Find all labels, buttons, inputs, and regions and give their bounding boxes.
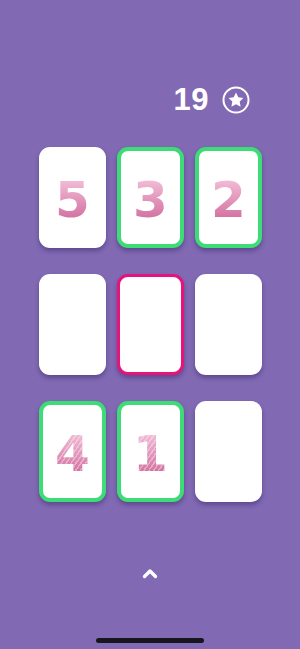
card-number: 5 xyxy=(55,175,90,225)
card-r3c2[interactable]: 1 xyxy=(117,401,184,502)
card-r3c3[interactable] xyxy=(195,401,262,502)
card-r2c1[interactable] xyxy=(39,274,106,375)
card-grid: 5 3 2 4 1 xyxy=(39,147,262,502)
card-number: 4 xyxy=(55,429,90,479)
card-r2c2[interactable] xyxy=(117,274,184,375)
card-number: 1 xyxy=(133,429,168,479)
score-area: 19 xyxy=(174,84,250,115)
game-screen: 19 5 3 2 4 1 xyxy=(0,0,300,649)
card-r2c3[interactable] xyxy=(195,274,262,375)
card-number: 3 xyxy=(133,175,168,225)
card-r1c1[interactable]: 5 xyxy=(39,147,106,248)
home-indicator[interactable] xyxy=(96,638,204,643)
card-r1c3[interactable]: 2 xyxy=(195,147,262,248)
circled-star-icon[interactable] xyxy=(222,86,250,114)
card-r3c1[interactable]: 4 xyxy=(39,401,106,502)
card-r1c2[interactable]: 3 xyxy=(117,147,184,248)
card-number: 2 xyxy=(211,175,246,225)
score-value: 19 xyxy=(174,84,209,115)
chevron-up-icon[interactable] xyxy=(141,568,159,580)
